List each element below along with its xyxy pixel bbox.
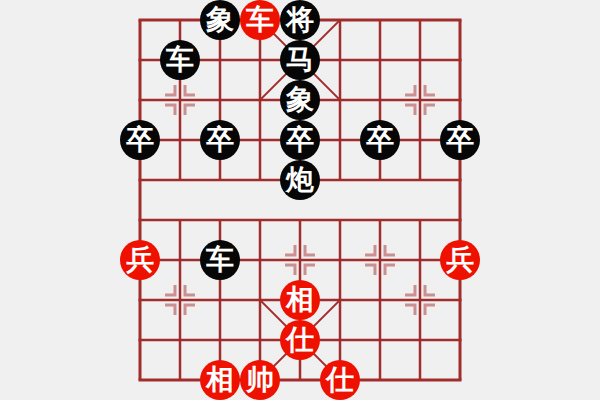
piece-red-advisor[interactable]: 仕 [280,320,320,360]
point-marker [425,105,435,115]
point-marker [185,105,195,115]
xiangqi-app: 象车将车马象卒卒卒卒卒炮兵车兵相仕相帅仕 [0,0,600,400]
point-marker [425,85,435,95]
piece-red-soldier[interactable]: 兵 [120,240,160,280]
point-marker [185,285,195,295]
point-marker [165,105,175,115]
piece-red-soldier[interactable]: 兵 [440,240,480,280]
point-marker [165,285,175,295]
piece-red-advisor[interactable]: 仕 [320,360,360,400]
point-marker [165,305,175,315]
piece-red-elephant[interactable]: 相 [280,280,320,320]
point-marker [405,285,415,295]
piece-black-soldier[interactable]: 卒 [280,120,320,160]
point-marker [365,265,375,275]
piece-black-soldier[interactable]: 卒 [200,120,240,160]
point-marker [405,105,415,115]
piece-black-soldier[interactable]: 卒 [360,120,400,160]
piece-black-elephant[interactable]: 象 [200,0,240,40]
piece-black-elephant[interactable]: 象 [280,80,320,120]
point-marker [165,85,175,95]
point-marker [285,265,295,275]
piece-black-soldier[interactable]: 卒 [440,120,480,160]
point-marker [405,305,415,315]
point-marker [365,245,375,255]
piece-black-soldier[interactable]: 卒 [120,120,160,160]
point-marker [425,285,435,295]
piece-black-chariot[interactable]: 车 [200,240,240,280]
piece-black-horse[interactable]: 马 [280,40,320,80]
point-marker [185,305,195,315]
point-marker [385,245,395,255]
xiangqi-board: 象车将车马象卒卒卒卒卒炮兵车兵相仕相帅仕 [0,0,600,400]
point-marker [185,85,195,95]
piece-black-chariot[interactable]: 车 [160,40,200,80]
point-marker [305,265,315,275]
point-marker [425,305,435,315]
piece-black-general[interactable]: 将 [280,0,320,40]
point-marker [405,85,415,95]
piece-black-cannon[interactable]: 炮 [280,160,320,200]
piece-red-chariot[interactable]: 车 [240,0,280,40]
piece-red-elephant[interactable]: 相 [200,360,240,400]
point-marker [285,245,295,255]
point-marker [385,265,395,275]
piece-red-general[interactable]: 帅 [240,360,280,400]
point-marker [305,245,315,255]
